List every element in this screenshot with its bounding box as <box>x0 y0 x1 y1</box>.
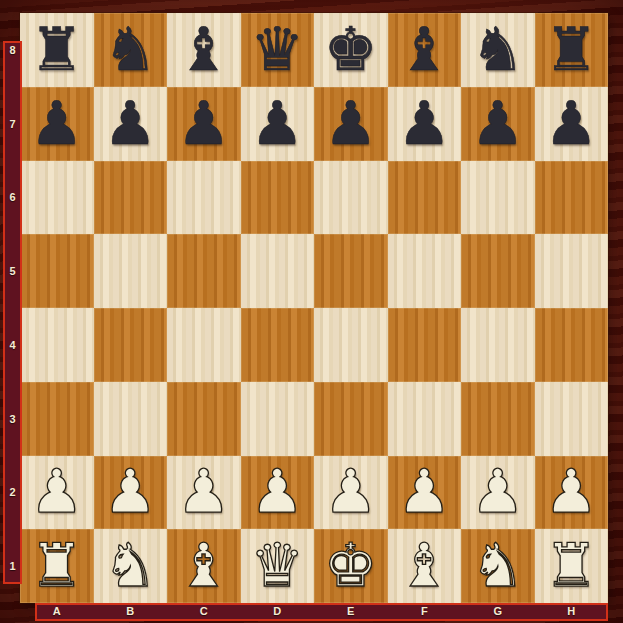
rank-label-4: 4 <box>3 308 22 382</box>
piece-white-bishop[interactable]: ♝ <box>397 535 451 595</box>
square-b3[interactable] <box>94 382 168 456</box>
square-e6[interactable] <box>314 161 388 235</box>
file-label-e: E <box>314 601 388 621</box>
file-label-a: A <box>20 601 94 621</box>
square-b6[interactable] <box>94 161 168 235</box>
square-c3[interactable] <box>167 382 241 456</box>
square-h4[interactable] <box>535 308 609 382</box>
square-e7[interactable]: ♟ <box>314 87 388 161</box>
square-f6[interactable] <box>388 161 462 235</box>
piece-white-pawn[interactable]: ♟ <box>177 461 231 521</box>
piece-white-knight[interactable]: ♞ <box>103 535 157 595</box>
square-d6[interactable] <box>241 161 315 235</box>
rank-label-7: 7 <box>3 87 22 161</box>
square-b8[interactable]: ♞ <box>94 13 168 87</box>
square-a5[interactable] <box>20 234 94 308</box>
piece-black-pawn[interactable]: ♟ <box>103 93 157 153</box>
piece-black-pawn[interactable]: ♟ <box>30 93 84 153</box>
square-e2[interactable]: ♟ <box>314 456 388 530</box>
piece-black-bishop[interactable]: ♝ <box>177 19 231 79</box>
piece-white-pawn[interactable]: ♟ <box>30 461 84 521</box>
rank-label-5: 5 <box>3 234 22 308</box>
square-h2[interactable]: ♟ <box>535 456 609 530</box>
square-b5[interactable] <box>94 234 168 308</box>
square-a3[interactable] <box>20 382 94 456</box>
piece-white-pawn[interactable]: ♟ <box>324 461 378 521</box>
square-g7[interactable]: ♟ <box>461 87 535 161</box>
square-c2[interactable]: ♟ <box>167 456 241 530</box>
piece-black-queen[interactable]: ♛ <box>250 19 304 79</box>
square-h8[interactable]: ♜ <box>535 13 609 87</box>
piece-black-rook[interactable]: ♜ <box>544 19 598 79</box>
file-labels: ABCDEFGH <box>20 601 608 621</box>
piece-white-pawn[interactable]: ♟ <box>103 461 157 521</box>
piece-white-queen[interactable]: ♛ <box>250 535 304 595</box>
piece-white-pawn[interactable]: ♟ <box>544 461 598 521</box>
piece-black-knight[interactable]: ♞ <box>471 19 525 79</box>
square-b2[interactable]: ♟ <box>94 456 168 530</box>
square-h7[interactable]: ♟ <box>535 87 609 161</box>
file-label-c: C <box>167 601 241 621</box>
square-g4[interactable] <box>461 308 535 382</box>
square-h5[interactable] <box>535 234 609 308</box>
square-b4[interactable] <box>94 308 168 382</box>
square-g2[interactable]: ♟ <box>461 456 535 530</box>
square-c8[interactable]: ♝ <box>167 13 241 87</box>
square-f4[interactable] <box>388 308 462 382</box>
piece-white-knight[interactable]: ♞ <box>471 535 525 595</box>
piece-black-pawn[interactable]: ♟ <box>397 93 451 153</box>
piece-black-rook[interactable]: ♜ <box>30 19 84 79</box>
square-g8[interactable]: ♞ <box>461 13 535 87</box>
square-e1[interactable]: ♚ <box>314 529 388 603</box>
square-h3[interactable] <box>535 382 609 456</box>
square-f2[interactable]: ♟ <box>388 456 462 530</box>
square-d7[interactable]: ♟ <box>241 87 315 161</box>
piece-white-rook[interactable]: ♜ <box>544 535 598 595</box>
rank-label-1: 1 <box>3 529 22 603</box>
piece-black-pawn[interactable]: ♟ <box>250 93 304 153</box>
rank-label-3: 3 <box>3 382 22 456</box>
square-a1[interactable]: ♜ <box>20 529 94 603</box>
rank-labels: 87654321 <box>3 13 22 603</box>
piece-black-bishop[interactable]: ♝ <box>397 19 451 79</box>
square-d4[interactable] <box>241 308 315 382</box>
square-g3[interactable] <box>461 382 535 456</box>
file-label-d: D <box>241 601 315 621</box>
file-label-f: F <box>388 601 462 621</box>
square-g6[interactable] <box>461 161 535 235</box>
square-a6[interactable] <box>20 161 94 235</box>
square-g1[interactable]: ♞ <box>461 529 535 603</box>
piece-black-pawn[interactable]: ♟ <box>324 93 378 153</box>
square-h6[interactable] <box>535 161 609 235</box>
square-f3[interactable] <box>388 382 462 456</box>
rank-label-2: 2 <box>3 456 22 530</box>
piece-black-pawn[interactable]: ♟ <box>544 93 598 153</box>
square-b7[interactable]: ♟ <box>94 87 168 161</box>
square-c5[interactable] <box>167 234 241 308</box>
board-frame: ♜♞♝♛♚♝♞♜♟♟♟♟♟♟♟♟♟♟♟♟♟♟♟♟♜♞♝♛♚♝♞♜ 8765432… <box>0 0 623 623</box>
piece-white-pawn[interactable]: ♟ <box>471 461 525 521</box>
square-f1[interactable]: ♝ <box>388 529 462 603</box>
square-d3[interactable] <box>241 382 315 456</box>
square-f8[interactable]: ♝ <box>388 13 462 87</box>
piece-white-king[interactable]: ♚ <box>324 535 378 595</box>
piece-black-pawn[interactable]: ♟ <box>177 93 231 153</box>
square-e5[interactable] <box>314 234 388 308</box>
piece-white-bishop[interactable]: ♝ <box>177 535 231 595</box>
file-label-b: B <box>94 601 168 621</box>
square-c6[interactable] <box>167 161 241 235</box>
square-e4[interactable] <box>314 308 388 382</box>
square-d2[interactable]: ♟ <box>241 456 315 530</box>
square-f5[interactable] <box>388 234 462 308</box>
square-c4[interactable] <box>167 308 241 382</box>
piece-white-pawn[interactable]: ♟ <box>250 461 304 521</box>
piece-white-pawn[interactable]: ♟ <box>397 461 451 521</box>
square-a7[interactable]: ♟ <box>20 87 94 161</box>
rank-label-6: 6 <box>3 161 22 235</box>
square-h1[interactable]: ♜ <box>535 529 609 603</box>
square-e8[interactable]: ♚ <box>314 13 388 87</box>
rank-label-8: 8 <box>3 13 22 87</box>
square-c1[interactable]: ♝ <box>167 529 241 603</box>
piece-black-pawn[interactable]: ♟ <box>471 93 525 153</box>
file-label-g: G <box>461 601 535 621</box>
square-d5[interactable] <box>241 234 315 308</box>
file-label-h: H <box>535 601 609 621</box>
square-d8[interactable]: ♛ <box>241 13 315 87</box>
piece-black-king[interactable]: ♚ <box>324 19 378 79</box>
chess-board: ♜♞♝♛♚♝♞♜♟♟♟♟♟♟♟♟♟♟♟♟♟♟♟♟♜♞♝♛♚♝♞♜ <box>20 13 608 603</box>
square-c7[interactable]: ♟ <box>167 87 241 161</box>
square-g5[interactable] <box>461 234 535 308</box>
square-a8[interactable]: ♜ <box>20 13 94 87</box>
square-f7[interactable]: ♟ <box>388 87 462 161</box>
piece-black-knight[interactable]: ♞ <box>103 19 157 79</box>
piece-white-rook[interactable]: ♜ <box>30 535 84 595</box>
square-d1[interactable]: ♛ <box>241 529 315 603</box>
square-a2[interactable]: ♟ <box>20 456 94 530</box>
square-e3[interactable] <box>314 382 388 456</box>
square-b1[interactable]: ♞ <box>94 529 168 603</box>
square-a4[interactable] <box>20 308 94 382</box>
